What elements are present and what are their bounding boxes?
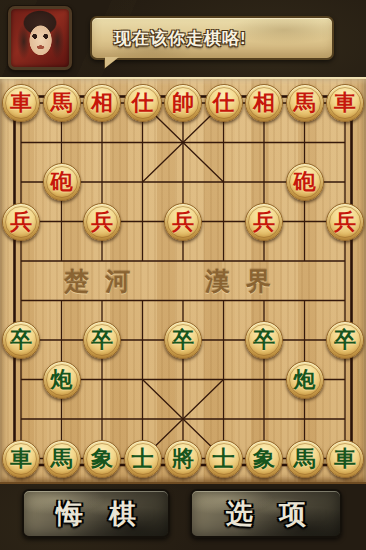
- piece-green-soldier[interactable]: 卒: [2, 321, 40, 359]
- piece-green-advisor[interactable]: 士: [124, 440, 162, 478]
- piece-red-advisor[interactable]: 仕: [205, 84, 243, 122]
- piece-layer: 車馬相仕帥仕相馬車砲砲兵兵兵兵兵卒卒卒卒卒炮炮車馬象士將士象馬車: [0, 79, 366, 482]
- piece-green-horse[interactable]: 馬: [43, 440, 81, 478]
- options-button[interactable]: 选项: [190, 489, 342, 538]
- undo-move-button[interactable]: 悔棋: [22, 489, 170, 538]
- piece-green-soldier[interactable]: 卒: [83, 321, 121, 359]
- piece-green-soldier[interactable]: 卒: [326, 321, 364, 359]
- avatar: [8, 6, 72, 70]
- piece-red-elephant[interactable]: 相: [83, 84, 121, 122]
- piece-red-soldier[interactable]: 兵: [2, 203, 40, 241]
- piece-red-chariot[interactable]: 車: [326, 84, 364, 122]
- piece-green-general[interactable]: 將: [164, 440, 202, 478]
- piece-red-general[interactable]: 帥: [164, 84, 202, 122]
- piece-green-chariot[interactable]: 車: [326, 440, 364, 478]
- piece-green-cannon[interactable]: 炮: [286, 361, 324, 399]
- xiangqi-board[interactable]: 楚河 漢界 車馬相仕帥仕相馬車砲砲兵兵兵兵兵卒卒卒卒卒炮炮車馬象士將士象馬車: [0, 77, 366, 484]
- speech-bubble: 现在该你走棋咯!: [90, 16, 334, 60]
- piece-green-cannon[interactable]: 炮: [43, 361, 81, 399]
- piece-green-soldier[interactable]: 卒: [245, 321, 283, 359]
- piece-green-horse[interactable]: 馬: [286, 440, 324, 478]
- piece-red-cannon[interactable]: 砲: [286, 163, 324, 201]
- piece-green-chariot[interactable]: 車: [2, 440, 40, 478]
- piece-red-horse[interactable]: 馬: [286, 84, 324, 122]
- piece-green-elephant[interactable]: 象: [83, 440, 121, 478]
- piece-green-advisor[interactable]: 士: [205, 440, 243, 478]
- piece-red-soldier[interactable]: 兵: [326, 203, 364, 241]
- game-screen: 现在该你走棋咯! 楚河 漢界 車馬相仕帥仕相馬車砲砲兵兵兵兵兵卒卒卒卒卒炮炮車馬…: [0, 0, 366, 550]
- piece-red-chariot[interactable]: 車: [2, 84, 40, 122]
- speech-bubble-tail: [105, 57, 119, 68]
- turn-message: 现在该你走棋咯!: [92, 27, 247, 50]
- piece-green-elephant[interactable]: 象: [245, 440, 283, 478]
- piece-green-soldier[interactable]: 卒: [164, 321, 202, 359]
- piece-red-elephant[interactable]: 相: [245, 84, 283, 122]
- piece-red-soldier[interactable]: 兵: [245, 203, 283, 241]
- piece-red-soldier[interactable]: 兵: [83, 203, 121, 241]
- piece-red-advisor[interactable]: 仕: [124, 84, 162, 122]
- piece-red-cannon[interactable]: 砲: [43, 163, 81, 201]
- piece-red-soldier[interactable]: 兵: [164, 203, 202, 241]
- piece-red-horse[interactable]: 馬: [43, 84, 81, 122]
